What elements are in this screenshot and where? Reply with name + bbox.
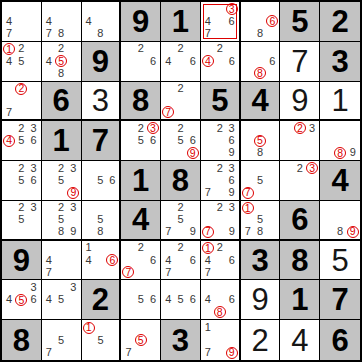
- empty-candidate-slot: [281, 187, 293, 199]
- circled-candidate-7: 7: [122, 266, 134, 278]
- empty-candidate-slot: [43, 214, 55, 226]
- candidate-8: 8: [55, 226, 67, 238]
- candidate-slot-3: 3: [306, 162, 318, 174]
- empty-candidate-slot: [122, 55, 134, 67]
- cell-r1c1[interactable]: 47: [2, 2, 42, 42]
- cell-r8c9[interactable]: 7: [320, 280, 360, 320]
- cell-r6c9[interactable]: 89: [320, 201, 360, 241]
- candidate-7: 7: [202, 346, 214, 359]
- candidate-9: 9: [226, 226, 238, 238]
- candidate-grid: 246: [162, 43, 199, 80]
- candidate-3: 3: [67, 281, 79, 293]
- empty-candidate-slot: [162, 94, 174, 106]
- candidate-2: 2: [15, 162, 27, 174]
- cell-r9c1[interactable]: 8: [2, 320, 42, 360]
- candidate-6: 6: [226, 294, 238, 306]
- empty-candidate-slot: [162, 135, 174, 147]
- candidate-6: 6: [106, 174, 118, 186]
- empty-candidate-slot: [147, 281, 159, 293]
- empty-candidate-slot: [83, 3, 95, 15]
- empty-candidate-slot: [83, 226, 95, 238]
- cell-r4c1[interactable]: 23456: [2, 121, 42, 161]
- given-digit: 1: [132, 165, 149, 196]
- empty-candidate-slot: [15, 67, 27, 79]
- candidate-grid: 47: [3, 3, 40, 40]
- candidate-2: 2: [174, 242, 186, 254]
- empty-candidate-slot: [242, 147, 254, 159]
- candidate-3: 3: [306, 122, 318, 134]
- cell-r4c5[interactable]: 2569: [161, 121, 201, 161]
- given-digit: 8: [132, 85, 149, 116]
- candidate-6: 6: [226, 254, 238, 266]
- candidate-5: 5: [55, 334, 67, 347]
- cell-r2c3[interactable]: 9: [82, 42, 122, 82]
- empty-candidate-slot: [254, 202, 266, 214]
- cell-r3c5[interactable]: 27: [161, 82, 201, 122]
- empty-candidate-slot: [294, 174, 306, 186]
- candidate-2: 2: [174, 202, 186, 214]
- cell-r4c6[interactable]: 2369: [201, 121, 241, 161]
- candidate-4: 4: [202, 254, 214, 266]
- empty-candidate-slot: [67, 242, 79, 254]
- candidate-grid: 23589: [43, 202, 80, 238]
- candidate-grid: 2467: [162, 242, 199, 279]
- candidate-5: 5: [174, 135, 186, 147]
- empty-candidate-slot: [214, 294, 226, 306]
- candidate-grid: 48: [83, 3, 119, 40]
- empty-candidate-slot: [334, 214, 347, 226]
- empty-candidate-slot: [187, 67, 199, 79]
- entered-digit: 3: [92, 85, 109, 116]
- empty-candidate-slot: [122, 254, 134, 266]
- empty-candidate-slot: [174, 281, 186, 293]
- candidate-2: 2: [174, 83, 186, 95]
- cell-r8c2[interactable]: 345: [42, 280, 82, 320]
- cell-r8c8[interactable]: 1: [280, 280, 320, 320]
- cell-r3c6[interactable]: 5: [201, 82, 241, 122]
- cell-r3c8[interactable]: 9: [280, 82, 320, 122]
- candidate-7: 7: [3, 28, 15, 40]
- empty-candidate-slot: [147, 266, 159, 278]
- cell-r7c6[interactable]: 12467: [201, 241, 241, 281]
- cell-r5c4[interactable]: 1: [121, 161, 161, 201]
- cell-r3c7[interactable]: 4: [241, 82, 281, 122]
- empty-candidate-slot: [28, 214, 40, 226]
- given-digit: 1: [172, 6, 189, 37]
- candidate-grid: 146: [83, 242, 119, 279]
- empty-candidate-slot: [94, 162, 106, 174]
- cell-r3c3[interactable]: 3: [82, 82, 122, 122]
- cell-r9c5[interactable]: 3: [161, 320, 201, 360]
- circled-candidate-7: 7: [162, 106, 174, 118]
- candidate-4: 4: [3, 15, 15, 27]
- empty-candidate-slot: [202, 3, 214, 15]
- candidate-slot-8: 8: [334, 147, 347, 159]
- cell-r8c7[interactable]: 9: [241, 280, 281, 320]
- empty-candidate-slot: [266, 214, 278, 226]
- given-digit: 6: [331, 325, 348, 356]
- cell-r3c4[interactable]: 8: [121, 82, 161, 122]
- candidate-6: 6: [187, 55, 199, 67]
- empty-candidate-slot: [43, 43, 55, 55]
- empty-candidate-slot: [67, 254, 79, 266]
- candidate-6: 6: [28, 294, 40, 306]
- empty-candidate-slot: [266, 147, 278, 159]
- circled-candidate-5: 5: [254, 135, 266, 147]
- cell-r1c2[interactable]: 478: [42, 2, 82, 42]
- empty-candidate-slot: [3, 95, 15, 107]
- empty-candidate-slot: [83, 162, 95, 174]
- circled-candidate-3: 3: [226, 3, 238, 15]
- entered-digit: 7: [291, 46, 308, 77]
- candidate-slot-7: 7: [242, 187, 254, 199]
- candidate-grid: 56: [83, 162, 119, 199]
- cell-r1c5[interactable]: 1: [161, 2, 201, 42]
- cell-r9c3[interactable]: 15: [82, 320, 122, 360]
- empty-candidate-slot: [67, 67, 79, 79]
- empty-candidate-slot: [334, 135, 347, 147]
- cell-r5c3[interactable]: 56: [82, 161, 122, 201]
- cell-r7c4[interactable]: 267: [121, 241, 161, 281]
- empty-candidate-slot: [106, 28, 118, 40]
- candidate-2: 2: [214, 242, 226, 254]
- circled-candidate-9: 9: [187, 147, 199, 159]
- cell-r2c4[interactable]: 26: [121, 42, 161, 82]
- cell-r7c9[interactable]: 5: [320, 241, 360, 281]
- candidate-slot-2: 2: [294, 122, 306, 134]
- candidate-slot-3: 3: [226, 3, 238, 15]
- empty-candidate-slot: [187, 83, 199, 95]
- empty-candidate-slot: [28, 3, 40, 15]
- candidate-8: 8: [55, 28, 67, 40]
- empty-candidate-slot: [147, 346, 159, 359]
- empty-candidate-slot: [67, 214, 79, 226]
- cell-r6c6[interactable]: 2379: [201, 201, 241, 241]
- sudoku-board: 4747848913467685212452458926246246687327…: [0, 0, 362, 362]
- empty-candidate-slot: [162, 214, 174, 226]
- cell-r8c5[interactable]: 456: [161, 280, 201, 320]
- empty-candidate-slot: [122, 334, 134, 347]
- cell-r7c5[interactable]: 2467: [161, 241, 201, 281]
- cell-r7c2[interactable]: 47: [42, 241, 82, 281]
- cell-r9c9[interactable]: 6: [320, 320, 360, 360]
- empty-candidate-slot: [334, 202, 347, 214]
- candidate-grid: 68: [242, 43, 279, 80]
- empty-candidate-slot: [187, 43, 199, 55]
- empty-candidate-slot: [214, 174, 226, 186]
- cell-r9c6[interactable]: 179: [201, 320, 241, 360]
- candidate-2: 2: [294, 162, 306, 174]
- entered-digit: 9: [291, 85, 308, 116]
- empty-candidate-slot: [122, 281, 134, 293]
- empty-candidate-slot: [266, 226, 278, 238]
- empty-candidate-slot: [147, 67, 159, 79]
- given-digit: 2: [92, 284, 109, 315]
- cell-r5c7[interactable]: 57: [241, 161, 281, 201]
- cell-r4c4[interactable]: 2356: [121, 121, 161, 161]
- empty-candidate-slot: [94, 242, 106, 254]
- empty-candidate-slot: [106, 162, 118, 174]
- candidate-5: 5: [254, 174, 266, 186]
- empty-candidate-slot: [214, 67, 226, 79]
- cell-r8c4[interactable]: 56: [121, 280, 161, 320]
- empty-candidate-slot: [67, 266, 79, 278]
- cell-r1c8[interactable]: 5: [280, 2, 320, 42]
- empty-candidate-slot: [214, 334, 226, 347]
- empty-candidate-slot: [3, 281, 15, 293]
- cell-r5c2[interactable]: 2359: [42, 161, 82, 201]
- candidate-4: 4: [83, 15, 95, 27]
- candidate-8: 8: [94, 28, 106, 40]
- candidate-slot-1: 1: [242, 202, 254, 214]
- cell-r3c1[interactable]: 27: [2, 82, 42, 122]
- empty-candidate-slot: [135, 266, 147, 278]
- empty-candidate-slot: [15, 28, 27, 40]
- candidate-7: 7: [43, 346, 55, 359]
- candidate-2: 2: [174, 122, 186, 134]
- empty-candidate-slot: [174, 67, 186, 79]
- empty-candidate-slot: [266, 187, 278, 199]
- cell-r2c8[interactable]: 7: [280, 42, 320, 82]
- candidate-2: 2: [214, 122, 226, 134]
- empty-candidate-slot: [214, 321, 226, 334]
- candidate-3: 3: [67, 162, 79, 174]
- cell-r4c2[interactable]: 1: [42, 121, 82, 161]
- candidate-grid: 47: [43, 242, 80, 279]
- empty-candidate-slot: [321, 214, 334, 226]
- cell-r6c5[interactable]: 2579: [161, 201, 201, 241]
- circled-candidate-2: 2: [294, 122, 306, 134]
- empty-candidate-slot: [242, 67, 254, 79]
- empty-candidate-slot: [266, 135, 278, 147]
- cell-r2c9[interactable]: 3: [320, 42, 360, 82]
- circled-candidate-1: 1: [3, 43, 15, 55]
- empty-candidate-slot: [135, 67, 147, 79]
- candidate-grid: 468: [202, 281, 238, 318]
- empty-candidate-slot: [94, 3, 106, 15]
- empty-candidate-slot: [254, 162, 266, 174]
- cell-r5c9[interactable]: 4: [320, 161, 360, 201]
- cell-r2c2[interactable]: 2458: [42, 42, 82, 82]
- candidate-slot-5: 5: [254, 135, 266, 147]
- cell-r4c7[interactable]: 58: [241, 121, 281, 161]
- empty-candidate-slot: [321, 226, 334, 238]
- empty-candidate-slot: [242, 174, 254, 186]
- cell-r2c5[interactable]: 246: [161, 42, 201, 82]
- given-digit: 8: [13, 325, 30, 356]
- cell-r9c7[interactable]: 2: [241, 320, 281, 360]
- cell-r2c6[interactable]: 246: [201, 42, 241, 82]
- candidate-7: 7: [3, 106, 15, 118]
- given-digit: 1: [53, 125, 70, 156]
- empty-candidate-slot: [28, 147, 40, 159]
- cell-r5c8[interactable]: 23: [280, 161, 320, 201]
- cell-r6c1[interactable]: 235: [2, 201, 42, 241]
- candidate-grid: 27: [162, 83, 199, 119]
- candidate-2: 2: [55, 162, 67, 174]
- candidate-6: 6: [226, 55, 238, 67]
- empty-candidate-slot: [214, 28, 226, 40]
- candidate-grid: 89: [321, 202, 359, 238]
- empty-candidate-slot: [162, 202, 174, 214]
- candidate-grid: 456: [162, 281, 199, 318]
- cell-r9c2[interactable]: 57: [42, 320, 82, 360]
- candidate-5: 5: [94, 214, 106, 226]
- empty-candidate-slot: [3, 83, 15, 95]
- given-digit: 2: [331, 6, 348, 37]
- cell-r6c2[interactable]: 23589: [42, 201, 82, 241]
- empty-candidate-slot: [106, 346, 118, 359]
- cell-r6c3[interactable]: 58: [82, 201, 122, 241]
- cell-r1c4[interactable]: 9: [121, 2, 161, 42]
- empty-candidate-slot: [122, 43, 134, 55]
- empty-candidate-slot: [67, 321, 79, 334]
- candidate-slot-8: 8: [254, 67, 266, 79]
- empty-candidate-slot: [3, 67, 15, 79]
- cell-r4c3[interactable]: 7: [82, 121, 122, 161]
- empty-candidate-slot: [135, 321, 147, 334]
- circled-candidate-9: 9: [347, 226, 359, 238]
- cell-r6c4[interactable]: 4: [121, 201, 161, 241]
- cell-r9c4[interactable]: 57: [121, 320, 161, 360]
- cell-r8c1[interactable]: 3456: [2, 280, 42, 320]
- cell-r1c3[interactable]: 48: [82, 2, 122, 42]
- candidate-3: 3: [28, 122, 40, 134]
- empty-candidate-slot: [187, 202, 199, 214]
- empty-candidate-slot: [43, 281, 55, 293]
- candidate-5: 5: [95, 334, 107, 347]
- candidate-2: 2: [214, 43, 226, 55]
- candidate-grid: 58: [83, 202, 119, 238]
- candidate-4: 4: [202, 294, 214, 306]
- cell-r1c7[interactable]: 68: [241, 2, 281, 42]
- candidate-grid: 1245: [3, 43, 40, 80]
- circled-candidate-9: 9: [226, 347, 238, 359]
- empty-candidate-slot: [43, 334, 55, 347]
- candidate-5: 5: [135, 135, 147, 147]
- candidate-5: 5: [135, 294, 147, 306]
- empty-candidate-slot: [94, 266, 106, 278]
- empty-candidate-slot: [122, 135, 134, 147]
- empty-candidate-slot: [15, 3, 27, 15]
- empty-candidate-slot: [174, 147, 186, 159]
- candidate-2: 2: [15, 122, 27, 134]
- cell-r7c7[interactable]: 3: [241, 241, 281, 281]
- candidate-grid: 57: [242, 162, 279, 199]
- empty-candidate-slot: [334, 122, 347, 134]
- empty-candidate-slot: [28, 106, 40, 118]
- empty-candidate-slot: [306, 135, 318, 147]
- empty-candidate-slot: [135, 281, 147, 293]
- empty-candidate-slot: [122, 321, 134, 334]
- cell-r6c7[interactable]: 1578: [241, 201, 281, 241]
- cell-r4c9[interactable]: 89: [320, 121, 360, 161]
- candidate-2: 2: [214, 202, 226, 214]
- empty-candidate-slot: [242, 28, 254, 40]
- candidate-8: 8: [254, 147, 266, 159]
- candidate-6: 6: [147, 135, 159, 147]
- candidate-2: 2: [55, 43, 67, 55]
- cell-r7c1[interactable]: 9: [2, 241, 42, 281]
- empty-candidate-slot: [67, 174, 79, 186]
- entered-digit: 1: [331, 85, 348, 116]
- empty-candidate-slot: [281, 147, 293, 159]
- candidate-5: 5: [15, 214, 27, 226]
- cell-r1c9[interactable]: 2: [320, 2, 360, 42]
- candidate-grid: 3456: [3, 281, 40, 318]
- cell-r6c8[interactable]: 6: [280, 201, 320, 241]
- empty-candidate-slot: [294, 147, 306, 159]
- cell-r8c6[interactable]: 468: [201, 280, 241, 320]
- empty-candidate-slot: [147, 306, 159, 318]
- empty-candidate-slot: [43, 306, 55, 318]
- empty-candidate-slot: [202, 334, 214, 347]
- candidate-6: 6: [187, 294, 199, 306]
- candidate-grid: 89: [321, 122, 359, 159]
- empty-candidate-slot: [147, 242, 159, 254]
- cell-r2c7[interactable]: 68: [241, 42, 281, 82]
- given-digit: 5: [291, 6, 308, 37]
- empty-candidate-slot: [106, 266, 118, 278]
- candidate-7: 7: [43, 28, 55, 40]
- empty-candidate-slot: [67, 306, 79, 318]
- empty-candidate-slot: [83, 266, 95, 278]
- candidate-5: 5: [15, 174, 27, 186]
- empty-candidate-slot: [202, 147, 214, 159]
- candidate-6: 6: [147, 55, 159, 67]
- cell-r3c9[interactable]: 1: [320, 82, 360, 122]
- empty-candidate-slot: [214, 3, 226, 15]
- cell-r9c8[interactable]: 4: [280, 320, 320, 360]
- empty-candidate-slot: [187, 106, 199, 118]
- cell-r5c6[interactable]: 23679: [201, 161, 241, 201]
- empty-candidate-slot: [346, 202, 359, 214]
- cell-r1c6[interactable]: 3467: [201, 2, 241, 42]
- empty-candidate-slot: [281, 174, 293, 186]
- candidate-grid: 23456: [3, 122, 40, 159]
- cell-r5c1[interactable]: 2356: [2, 161, 42, 201]
- candidate-grid: 179: [202, 321, 238, 359]
- cell-r3c2[interactable]: 6: [42, 82, 82, 122]
- empty-candidate-slot: [202, 202, 214, 214]
- cell-r5c5[interactable]: 8: [161, 161, 201, 201]
- candidate-3: 3: [28, 202, 40, 214]
- empty-candidate-slot: [3, 226, 15, 238]
- cell-r7c8[interactable]: 8: [280, 241, 320, 281]
- candidate-slot-7: 7: [202, 226, 214, 238]
- candidate-4: 4: [162, 254, 174, 266]
- candidate-7: 7: [202, 28, 214, 40]
- empty-candidate-slot: [67, 3, 79, 15]
- empty-candidate-slot: [281, 162, 293, 174]
- cell-r7c3[interactable]: 146: [82, 241, 122, 281]
- candidate-8: 8: [254, 28, 266, 40]
- empty-candidate-slot: [242, 55, 254, 67]
- cell-r2c1[interactable]: 1245: [2, 42, 42, 82]
- empty-candidate-slot: [214, 254, 226, 266]
- circled-candidate-4: 4: [202, 55, 214, 67]
- candidate-6: 6: [266, 55, 278, 67]
- candidate-3: 3: [226, 202, 238, 214]
- empty-candidate-slot: [346, 122, 359, 134]
- given-digit: 4: [132, 204, 149, 235]
- candidate-grid: 2356: [122, 122, 159, 159]
- empty-candidate-slot: [306, 187, 318, 199]
- cell-r8c3[interactable]: 2: [82, 280, 122, 320]
- given-digit: 8: [291, 245, 308, 276]
- candidate-slot-1: 1: [202, 242, 214, 254]
- cell-r4c8[interactable]: 23: [280, 121, 320, 161]
